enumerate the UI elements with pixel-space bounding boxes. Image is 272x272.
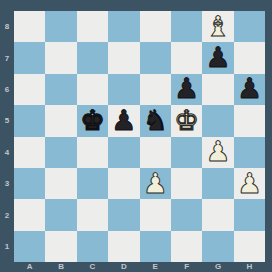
square-c7[interactable] — [77, 42, 108, 73]
square-g8[interactable]: ♝ — [202, 11, 233, 42]
square-b8[interactable] — [45, 11, 76, 42]
square-a8[interactable] — [14, 11, 45, 42]
rank-label-2: 2 — [0, 199, 14, 230]
black-knight: ♞ — [140, 105, 171, 136]
square-d7[interactable] — [108, 42, 139, 73]
rank-label-7: 7 — [0, 42, 14, 73]
square-e3[interactable]: ♟ — [140, 168, 171, 199]
square-d1[interactable] — [108, 231, 139, 262]
square-c1[interactable] — [77, 231, 108, 262]
square-b6[interactable] — [45, 74, 76, 105]
square-f1[interactable] — [171, 231, 202, 262]
square-c8[interactable] — [77, 11, 108, 42]
square-g2[interactable] — [202, 199, 233, 230]
file-label-f: F — [171, 261, 202, 272]
black-pawn: ♟ — [171, 74, 202, 105]
square-h3[interactable]: ♟ — [234, 168, 265, 199]
chess-diagram: 87654321 ♝♟♟♟♚♟♞♚♟♟♟ ABCDEFGH — [0, 0, 272, 272]
square-a5[interactable] — [14, 105, 45, 136]
square-g4[interactable]: ♟ — [202, 137, 233, 168]
square-h4[interactable] — [234, 137, 265, 168]
rank-label-5: 5 — [0, 105, 14, 136]
rank-label-6: 6 — [0, 74, 14, 105]
rank-label-4: 4 — [0, 137, 14, 168]
file-label-h: H — [234, 261, 265, 272]
square-d6[interactable] — [108, 74, 139, 105]
square-h5[interactable] — [234, 105, 265, 136]
square-e7[interactable] — [140, 42, 171, 73]
square-c4[interactable] — [77, 137, 108, 168]
white-pawn: ♟ — [202, 137, 233, 168]
square-b1[interactable] — [45, 231, 76, 262]
square-c5[interactable]: ♚ — [77, 105, 108, 136]
rank-labels: 87654321 — [0, 11, 14, 262]
board: ♝♟♟♟♚♟♞♚♟♟♟ — [14, 11, 265, 262]
square-h6[interactable]: ♟ — [234, 74, 265, 105]
square-b2[interactable] — [45, 199, 76, 230]
square-g3[interactable] — [202, 168, 233, 199]
black-king: ♚ — [77, 105, 108, 136]
square-h1[interactable] — [234, 231, 265, 262]
black-pawn: ♟ — [234, 74, 265, 105]
square-f5[interactable]: ♚ — [171, 105, 202, 136]
square-d3[interactable] — [108, 168, 139, 199]
square-c3[interactable] — [77, 168, 108, 199]
file-label-d: D — [108, 261, 139, 272]
square-f8[interactable] — [171, 11, 202, 42]
square-d8[interactable] — [108, 11, 139, 42]
square-a2[interactable] — [14, 199, 45, 230]
white-bishop: ♝ — [202, 11, 233, 42]
square-d4[interactable] — [108, 137, 139, 168]
white-pawn: ♟ — [234, 168, 265, 199]
square-f6[interactable]: ♟ — [171, 74, 202, 105]
square-e2[interactable] — [140, 199, 171, 230]
square-a6[interactable] — [14, 74, 45, 105]
square-a3[interactable] — [14, 168, 45, 199]
square-f7[interactable] — [171, 42, 202, 73]
file-label-g: G — [202, 261, 233, 272]
white-pawn: ♟ — [140, 168, 171, 199]
square-e8[interactable] — [140, 11, 171, 42]
file-label-c: C — [77, 261, 108, 272]
rank-label-1: 1 — [0, 231, 14, 262]
square-e4[interactable] — [140, 137, 171, 168]
square-b4[interactable] — [45, 137, 76, 168]
square-d2[interactable] — [108, 199, 139, 230]
square-f2[interactable] — [171, 199, 202, 230]
square-a7[interactable] — [14, 42, 45, 73]
square-g7[interactable]: ♟ — [202, 42, 233, 73]
square-b5[interactable] — [45, 105, 76, 136]
square-h2[interactable] — [234, 199, 265, 230]
file-label-a: A — [14, 261, 45, 272]
square-e6[interactable] — [140, 74, 171, 105]
black-pawn: ♟ — [108, 105, 139, 136]
square-h7[interactable] — [234, 42, 265, 73]
square-g5[interactable] — [202, 105, 233, 136]
file-labels: ABCDEFGH — [14, 261, 265, 272]
square-c6[interactable] — [77, 74, 108, 105]
square-c2[interactable] — [77, 199, 108, 230]
file-label-b: B — [45, 261, 76, 272]
square-e1[interactable] — [140, 231, 171, 262]
rank-label-3: 3 — [0, 168, 14, 199]
file-label-e: E — [140, 261, 171, 272]
square-f4[interactable] — [171, 137, 202, 168]
rank-label-8: 8 — [0, 11, 14, 42]
square-a4[interactable] — [14, 137, 45, 168]
square-g1[interactable] — [202, 231, 233, 262]
square-b7[interactable] — [45, 42, 76, 73]
square-h8[interactable] — [234, 11, 265, 42]
black-pawn: ♟ — [202, 42, 233, 73]
square-b3[interactable] — [45, 168, 76, 199]
square-a1[interactable] — [14, 231, 45, 262]
white-king: ♚ — [171, 105, 202, 136]
square-d5[interactable]: ♟ — [108, 105, 139, 136]
square-e5[interactable]: ♞ — [140, 105, 171, 136]
square-g6[interactable] — [202, 74, 233, 105]
square-f3[interactable] — [171, 168, 202, 199]
